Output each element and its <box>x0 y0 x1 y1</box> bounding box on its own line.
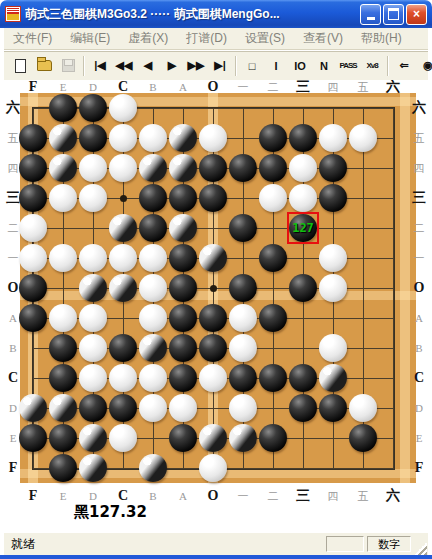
white-stone-B五[interactable] <box>139 124 167 152</box>
last-move-number: 127 <box>292 221 314 235</box>
black-stone-五E[interactable] <box>349 424 377 452</box>
col-label-bottom: F <box>29 488 38 504</box>
black-stone-F四[interactable] <box>19 154 47 182</box>
col-label-bottom: A <box>179 490 187 502</box>
menu-file[interactable]: 文件(F) <box>4 28 61 49</box>
menu-pass[interactable]: 虚着(X) <box>119 28 177 49</box>
row-label-left: D <box>9 402 17 414</box>
black-stone-一C[interactable] <box>229 364 257 392</box>
black-stone-A三[interactable] <box>169 184 197 212</box>
white-stone-C六[interactable] <box>109 94 137 122</box>
close-button[interactable]: × <box>406 4 427 25</box>
row-label-right: F <box>415 460 424 476</box>
black-stone-AO[interactable] <box>169 274 197 302</box>
gray-stone-E四[interactable] <box>49 154 77 182</box>
col-label-bottom: 五 <box>358 489 369 504</box>
black-stone-AE[interactable] <box>169 424 197 452</box>
col-label-top: F <box>29 79 38 95</box>
last-move-marker: 127 <box>287 212 319 244</box>
white-stone-BC[interactable] <box>139 364 167 392</box>
black-stone-一四[interactable] <box>229 154 257 182</box>
stone-square-button[interactable]: □ <box>241 55 263 77</box>
black-stone-CB[interactable] <box>109 334 137 362</box>
black-stone-二一[interactable] <box>259 244 287 272</box>
status-cell-empty <box>326 536 364 552</box>
white-stone-一D[interactable] <box>229 394 257 422</box>
black-stone-A一[interactable] <box>169 244 197 272</box>
black-stone-CD[interactable] <box>109 394 137 422</box>
white-stone-AD[interactable] <box>169 394 197 422</box>
white-stone-C一[interactable] <box>109 244 137 272</box>
white-stone-二三[interactable] <box>259 184 287 212</box>
white-stone-OC[interactable] <box>199 364 227 392</box>
save-button[interactable] <box>57 55 79 77</box>
black-stone-O四[interactable] <box>199 154 227 182</box>
gray-stone-一E[interactable] <box>229 424 257 452</box>
white-stone-CE[interactable] <box>109 424 137 452</box>
white-stone-一A[interactable] <box>229 304 257 332</box>
white-stone-E一[interactable] <box>49 244 77 272</box>
black-stone-B三[interactable] <box>139 184 167 212</box>
row-label-left: E <box>10 432 17 444</box>
board-panel: FFEEDDCCBBAAOO一一二二三三四四五五六六六六五五四四三三二二一一OO… <box>4 80 428 533</box>
black-stone-三五[interactable] <box>289 124 317 152</box>
status-bar: 就绪 数字 <box>4 532 428 555</box>
row-label-right: B <box>415 342 422 354</box>
gray-stone-E五[interactable] <box>49 124 77 152</box>
gray-stone-C二[interactable] <box>109 214 137 242</box>
black-stone-D五[interactable] <box>79 124 107 152</box>
col-label-top: C <box>118 79 128 95</box>
white-stone-C四[interactable] <box>109 154 137 182</box>
white-stone-B一[interactable] <box>139 244 167 272</box>
status-cell-numlock: 数字 <box>367 536 411 552</box>
col-label-top: A <box>179 81 187 93</box>
col-label-top: E <box>60 81 67 93</box>
black-stone-OB[interactable] <box>199 334 227 362</box>
black-stone-三O[interactable] <box>289 274 317 302</box>
gray-stone-A四[interactable] <box>169 154 197 182</box>
col-label-top: 四 <box>328 80 339 95</box>
col-label-bottom: B <box>149 490 156 502</box>
black-stone-一二[interactable] <box>229 214 257 242</box>
app-window: 萌式三色围棋M3Go3.2 ····· 萌式围棋MengGo... × 文件(F… <box>0 0 432 559</box>
row-label-left: 六 <box>6 99 20 117</box>
col-label-bottom: 二 <box>268 489 279 504</box>
white-stone-四一[interactable] <box>319 244 347 272</box>
gray-stone-ED[interactable] <box>49 394 77 422</box>
black-stone-三D[interactable] <box>289 394 317 422</box>
status-text: 就绪 <box>4 536 326 553</box>
row-label-right: A <box>415 312 423 324</box>
white-stone-四B[interactable] <box>319 334 347 362</box>
row-label-left: 五 <box>8 131 19 146</box>
col-label-top: 二 <box>268 80 279 95</box>
fast-back-button[interactable]: ◀◀ <box>113 55 135 77</box>
row-label-right: O <box>414 280 425 296</box>
star-point <box>120 195 127 202</box>
white-stone-BO[interactable] <box>139 274 167 302</box>
row-label-right: C <box>414 370 424 386</box>
row-label-right: 五 <box>414 131 425 146</box>
gray-stone-四C[interactable] <box>319 364 347 392</box>
col-label-bottom: D <box>89 490 97 502</box>
black-stone-F五[interactable] <box>19 124 47 152</box>
menu-view[interactable]: 查看(V) <box>294 28 352 49</box>
gray-stone-BF[interactable] <box>139 454 167 482</box>
white-stone-F一[interactable] <box>19 244 47 272</box>
row-label-right: 一 <box>414 251 425 266</box>
white-stone-五五[interactable] <box>349 124 377 152</box>
menu-edit[interactable]: 编辑(E) <box>61 28 119 49</box>
gray-stone-CO[interactable] <box>109 274 137 302</box>
menu-bar: 文件(F)编辑(E)虚着(X)打谱(D)设置(S)查看(V)帮助(H) <box>4 28 428 50</box>
doc-icon <box>15 59 26 73</box>
black-stone-E六[interactable] <box>49 94 77 122</box>
white-stone-DC[interactable] <box>79 364 107 392</box>
maximize-button[interactable] <box>383 4 404 25</box>
last-move-button[interactable]: ▶| <box>209 55 231 77</box>
black-stone-二E[interactable] <box>259 424 287 452</box>
gray-stone-DE[interactable] <box>79 424 107 452</box>
col-label-bottom: C <box>118 488 128 504</box>
black-stone-四三[interactable] <box>319 184 347 212</box>
first-move-button[interactable]: |◀ <box>89 55 111 77</box>
white-stone-OF[interactable] <box>199 454 227 482</box>
star-point <box>210 285 217 292</box>
row-label-left: F <box>9 460 18 476</box>
gray-stone-FD[interactable] <box>19 394 47 422</box>
stone-bar-button[interactable]: I <box>265 55 287 77</box>
white-stone-D三[interactable] <box>79 184 107 212</box>
black-stone-四四[interactable] <box>319 154 347 182</box>
window-frame-bottom <box>0 555 432 559</box>
white-stone-EA[interactable] <box>49 304 77 332</box>
white-stone-E三[interactable] <box>49 184 77 212</box>
close-icon: × <box>413 7 420 21</box>
menu-record[interactable]: 打谱(D) <box>177 28 236 49</box>
white-stone-DA[interactable] <box>79 304 107 332</box>
white-stone-D四[interactable] <box>79 154 107 182</box>
row-label-left: 三 <box>6 189 20 207</box>
white-stone-C五[interactable] <box>109 124 137 152</box>
toolbar-separator <box>387 56 389 76</box>
black-stone-二A[interactable] <box>259 304 287 332</box>
black-stone-B二[interactable] <box>139 214 167 242</box>
row-label-right: 二 <box>414 221 425 236</box>
col-label-top: 三 <box>296 78 310 96</box>
stone-bar-square-button[interactable]: IO <box>289 55 311 77</box>
save-icon <box>62 59 75 72</box>
black-stone-D六[interactable] <box>79 94 107 122</box>
forward-button[interactable]: ▶ <box>161 55 183 77</box>
toolbar-separator <box>83 56 85 76</box>
row-label-right: 六 <box>412 99 426 117</box>
gray-stone-BB[interactable] <box>139 334 167 362</box>
col-label-bottom: O <box>208 488 219 504</box>
gray-stone-DF[interactable] <box>79 454 107 482</box>
black-stone-AB[interactable] <box>169 334 197 362</box>
fast-forward-button[interactable]: ▶▶ <box>185 55 207 77</box>
undo-arrow-button[interactable]: ⇐ <box>393 55 415 77</box>
black-stone-EC[interactable] <box>49 364 77 392</box>
back-button[interactable]: ◀ <box>137 55 159 77</box>
col-label-top: O <box>208 79 219 95</box>
col-label-top: 五 <box>358 80 369 95</box>
move-info-text: 黑127.32 <box>74 503 147 522</box>
white-stone-五D[interactable] <box>349 394 377 422</box>
col-label-bottom: 六 <box>386 487 400 505</box>
menu-settings[interactable]: 设置(S) <box>236 28 294 49</box>
row-label-right: E <box>416 432 423 444</box>
row-label-left: 一 <box>8 251 19 266</box>
black-stone-二四[interactable] <box>259 154 287 182</box>
row-label-right: D <box>415 402 423 414</box>
gray-stone-DO[interactable] <box>79 274 107 302</box>
col-label-top: D <box>89 81 97 93</box>
resize-grip[interactable] <box>414 542 427 555</box>
black-stone-FA[interactable] <box>19 304 47 332</box>
col-label-top: 六 <box>386 78 400 96</box>
black-stone-FO[interactable] <box>19 274 47 302</box>
black-stone-AA[interactable] <box>169 304 197 332</box>
gray-stone-A五[interactable] <box>169 124 197 152</box>
window-title: 萌式三色围棋M3Go3.2 ····· 萌式围棋MengGo... <box>25 6 360 23</box>
black-stone-O三[interactable] <box>199 184 227 212</box>
black-stone-一O[interactable] <box>229 274 257 302</box>
white-stone-D一[interactable] <box>79 244 107 272</box>
gray-stone-B四[interactable] <box>139 154 167 182</box>
row-label-left: A <box>9 312 17 324</box>
row-label-left: 二 <box>8 221 19 236</box>
black-stone-EB[interactable] <box>49 334 77 362</box>
white-stone-三四[interactable] <box>289 154 317 182</box>
toolbar: |◀◀◀◀▶▶▶▶|□IIONPASSXv8⇐◉◯ <box>4 50 428 80</box>
black-stone-三C[interactable] <box>289 364 317 392</box>
toolbar-separator <box>235 56 237 76</box>
title-bar: 萌式三色围棋M3Go3.2 ····· 萌式围棋MengGo... × <box>0 0 432 28</box>
folder-icon <box>37 60 52 71</box>
row-label-right: 三 <box>412 189 426 207</box>
xv8-button[interactable]: Xv8 <box>361 55 383 77</box>
show-numbers-button[interactable]: N <box>313 55 335 77</box>
black-stone-四D[interactable] <box>319 394 347 422</box>
col-label-bottom: 一 <box>238 489 249 504</box>
new-file-button[interactable] <box>9 55 31 77</box>
black-stone-EF[interactable] <box>49 454 77 482</box>
white-stone-BA[interactable] <box>139 304 167 332</box>
radio-selected-button[interactable]: ◉ <box>417 55 432 77</box>
col-label-top: 一 <box>238 80 249 95</box>
white-stone-F二[interactable] <box>19 214 47 242</box>
minimize-button[interactable] <box>360 4 381 25</box>
col-label-bottom: 三 <box>296 487 310 505</box>
white-stone-O五[interactable] <box>199 124 227 152</box>
black-stone-DD[interactable] <box>79 394 107 422</box>
gray-stone-A二[interactable] <box>169 214 197 242</box>
row-label-left: 四 <box>8 161 19 176</box>
open-file-button[interactable] <box>33 55 55 77</box>
app-icon <box>5 6 21 22</box>
minimize-icon <box>367 17 375 20</box>
black-stone-EE[interactable] <box>49 424 77 452</box>
col-label-top: B <box>149 81 156 93</box>
row-label-left: C <box>8 370 18 386</box>
black-stone-AC[interactable] <box>169 364 197 392</box>
black-stone-OA[interactable] <box>199 304 227 332</box>
gray-stone-O一[interactable] <box>199 244 227 272</box>
pass-button[interactable]: PASS <box>337 55 359 77</box>
white-stone-BD[interactable] <box>139 394 167 422</box>
black-stone-二五[interactable] <box>259 124 287 152</box>
black-stone-FE[interactable] <box>19 424 47 452</box>
white-stone-四五[interactable] <box>319 124 347 152</box>
row-label-left: O <box>8 280 19 296</box>
menu-help[interactable]: 帮助(H) <box>352 28 411 49</box>
white-stone-DB[interactable] <box>79 334 107 362</box>
row-label-right: 四 <box>414 161 425 176</box>
black-stone-F三[interactable] <box>19 184 47 212</box>
gray-stone-OE[interactable] <box>199 424 227 452</box>
white-stone-CC[interactable] <box>109 364 137 392</box>
white-stone-三三[interactable] <box>289 184 317 212</box>
black-stone-二C[interactable] <box>259 364 287 392</box>
white-stone-一B[interactable] <box>229 334 257 362</box>
maximize-icon <box>388 8 399 20</box>
col-label-bottom: E <box>60 490 67 502</box>
col-label-bottom: 四 <box>328 489 339 504</box>
white-stone-四O[interactable] <box>319 274 347 302</box>
row-label-left: B <box>9 342 16 354</box>
